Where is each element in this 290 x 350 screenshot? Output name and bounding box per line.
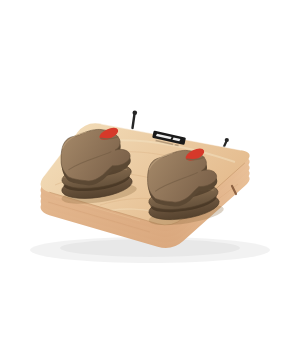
castanets-on-board-illustration <box>0 0 290 350</box>
mounting-peg-left <box>133 111 138 129</box>
product-photo <box>0 0 290 350</box>
